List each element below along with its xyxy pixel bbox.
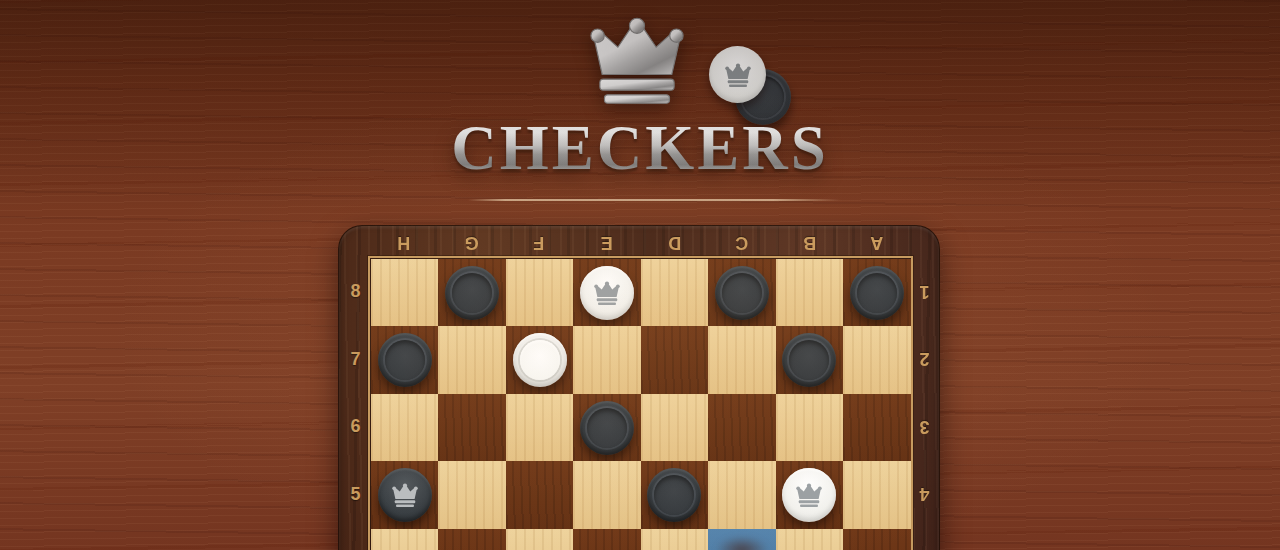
square-H8[interactable] [371, 259, 438, 326]
dark-man-C8[interactable] [715, 266, 769, 320]
board-grid [371, 259, 910, 550]
rank-label-1: 1 [911, 258, 938, 325]
file-label-F: F [505, 230, 573, 256]
square-D6[interactable] [641, 394, 708, 461]
board-play-area [370, 258, 911, 550]
square-E8[interactable] [573, 259, 640, 326]
square-D8[interactable] [641, 259, 708, 326]
rank-label-5: 5 [342, 460, 369, 527]
file-label-E: E [573, 230, 641, 256]
square-H6[interactable] [371, 394, 438, 461]
file-label-D: D [641, 230, 709, 256]
logo-white-king-checker-icon [709, 46, 766, 103]
rank-label-4: 4 [911, 460, 938, 527]
square-A8[interactable] [843, 259, 910, 326]
square-B7[interactable] [776, 326, 843, 393]
rank-label-8: 8 [342, 258, 369, 325]
square-A7[interactable] [843, 326, 910, 393]
dark-man-G8[interactable] [445, 266, 499, 320]
crown-icon [591, 279, 623, 307]
logo-crown-icon [579, 10, 695, 110]
square-E4[interactable] [573, 529, 640, 550]
square-G8[interactable] [438, 259, 505, 326]
dark-king-H5[interactable] [378, 468, 432, 522]
rank-label-2: 2 [911, 325, 938, 392]
square-C4[interactable] [708, 529, 775, 550]
rank-label-7: 7 [342, 325, 369, 392]
square-F8[interactable] [506, 259, 573, 326]
square-E5[interactable] [573, 461, 640, 528]
square-G4[interactable] [438, 529, 505, 550]
square-F6[interactable] [506, 394, 573, 461]
square-F5[interactable] [506, 461, 573, 528]
square-H7[interactable] [371, 326, 438, 393]
crown-icon [722, 61, 754, 89]
square-C6[interactable] [708, 394, 775, 461]
square-C5[interactable] [708, 461, 775, 528]
crown-icon [389, 481, 421, 509]
square-B5[interactable] [776, 461, 843, 528]
dark-man-A8[interactable] [850, 266, 904, 320]
title-underline [468, 199, 840, 201]
square-H5[interactable] [371, 461, 438, 528]
rank-labels-right: 1234 [911, 258, 938, 550]
game-background: CHECKERS HGFEDCBA 8765 1234 [0, 0, 1280, 550]
square-B8[interactable] [776, 259, 843, 326]
white-king-E8[interactable] [580, 266, 634, 320]
square-A5[interactable] [843, 461, 910, 528]
square-A4[interactable] [843, 529, 910, 550]
file-label-C: C [708, 230, 776, 256]
file-label-B: B [776, 230, 844, 256]
square-B4[interactable] [776, 529, 843, 550]
file-label-H: H [370, 230, 438, 256]
square-A6[interactable] [843, 394, 910, 461]
board-frame: HGFEDCBA 8765 1234 [338, 225, 940, 550]
file-labels: HGFEDCBA [370, 230, 911, 256]
rank-labels-left: 8765 [342, 258, 369, 550]
dark-man-E6[interactable] [580, 401, 634, 455]
square-H4[interactable] [371, 529, 438, 550]
rank-label-3: 3 [911, 393, 938, 460]
dark-man-H7[interactable] [378, 333, 432, 387]
square-B6[interactable] [776, 394, 843, 461]
square-G6[interactable] [438, 394, 505, 461]
game-title: CHECKERS [0, 112, 1280, 185]
square-F4[interactable] [506, 529, 573, 550]
white-king-B5[interactable] [782, 468, 836, 522]
square-F7[interactable] [506, 326, 573, 393]
square-C7[interactable] [708, 326, 775, 393]
square-D4[interactable] [641, 529, 708, 550]
rank-label-6: 6 [342, 393, 369, 460]
square-C8[interactable] [708, 259, 775, 326]
square-E7[interactable] [573, 326, 640, 393]
file-label-G: G [438, 230, 506, 256]
file-label-A: A [843, 230, 911, 256]
square-E6[interactable] [573, 394, 640, 461]
square-G5[interactable] [438, 461, 505, 528]
dark-man-B7[interactable] [782, 333, 836, 387]
dark-man-D5[interactable] [647, 468, 701, 522]
square-D5[interactable] [641, 461, 708, 528]
white-man-F7[interactable] [513, 333, 567, 387]
square-D7[interactable] [641, 326, 708, 393]
crown-icon [793, 481, 825, 509]
partially-visible-piece [716, 536, 768, 550]
square-G7[interactable] [438, 326, 505, 393]
